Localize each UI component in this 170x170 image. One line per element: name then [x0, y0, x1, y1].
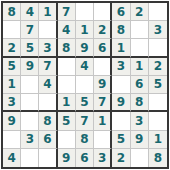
cell-r7c3: 8 — [39, 112, 57, 130]
cell-r1c2: 4 — [21, 3, 39, 21]
cell-r1c8: 2 — [131, 3, 149, 21]
cell-r9c6: 3 — [94, 149, 112, 167]
cell-r7c1: 9 — [3, 112, 21, 130]
cell-r9c2[interactable] — [21, 149, 39, 167]
cell-r4c2: 9 — [21, 58, 39, 76]
cell-r3c9[interactable] — [149, 39, 167, 57]
cell-r1c7: 6 — [112, 3, 130, 21]
cell-r3c3: 3 — [39, 39, 57, 57]
cell-r8c7: 5 — [112, 131, 130, 149]
cell-r8c6[interactable] — [94, 131, 112, 149]
cell-r5c1: 1 — [3, 76, 21, 94]
cell-r4c6[interactable] — [94, 58, 112, 76]
cell-r3c2: 5 — [21, 39, 39, 57]
cell-r1c1: 8 — [3, 3, 21, 21]
cell-r4c4[interactable] — [58, 58, 76, 76]
cell-r9c3[interactable] — [39, 149, 57, 167]
cell-r7c4: 5 — [58, 112, 76, 130]
sudoku-widget: 8417627412832538961597431214965315798985… — [0, 0, 170, 170]
cell-r5c4[interactable] — [58, 76, 76, 94]
cell-r3c7: 1 — [112, 39, 130, 57]
cell-r2c9: 3 — [149, 21, 167, 39]
cell-r7c2[interactable] — [21, 112, 39, 130]
cell-r6c3[interactable] — [39, 94, 57, 112]
cell-r4c9: 2 — [149, 58, 167, 76]
cell-r5c8: 6 — [131, 76, 149, 94]
cell-r2c8[interactable] — [131, 21, 149, 39]
cell-r5c2[interactable] — [21, 76, 39, 94]
cell-r5c3: 4 — [39, 76, 57, 94]
cell-r1c9[interactable] — [149, 3, 167, 21]
cell-r7c6: 1 — [94, 112, 112, 130]
cell-r2c6: 2 — [94, 21, 112, 39]
cell-r6c9[interactable] — [149, 94, 167, 112]
cell-r4c8: 1 — [131, 58, 149, 76]
cell-r3c5: 9 — [76, 39, 94, 57]
cell-r6c6: 7 — [94, 94, 112, 112]
cell-r3c6: 6 — [94, 39, 112, 57]
cell-r9c8[interactable] — [131, 149, 149, 167]
cell-r9c4: 9 — [58, 149, 76, 167]
cell-r7c5: 7 — [76, 112, 94, 130]
cell-r4c3: 7 — [39, 58, 57, 76]
cell-r5c5[interactable] — [76, 76, 94, 94]
cell-r1c5[interactable] — [76, 3, 94, 21]
cell-r9c1: 4 — [3, 149, 21, 167]
cell-r8c5: 8 — [76, 131, 94, 149]
cell-r6c4: 1 — [58, 94, 76, 112]
cell-r5c6: 9 — [94, 76, 112, 94]
cell-r6c2[interactable] — [21, 94, 39, 112]
cell-r5c7[interactable] — [112, 76, 130, 94]
cell-r1c4: 7 — [58, 3, 76, 21]
cell-r2c5: 1 — [76, 21, 94, 39]
cell-r8c3: 6 — [39, 131, 57, 149]
cell-r8c8: 9 — [131, 131, 149, 149]
cell-r8c9: 1 — [149, 131, 167, 149]
cell-r8c2: 3 — [21, 131, 39, 149]
cell-r9c9: 8 — [149, 149, 167, 167]
cell-r3c1: 2 — [3, 39, 21, 57]
cell-r9c7: 2 — [112, 149, 130, 167]
cell-r1c6[interactable] — [94, 3, 112, 21]
cell-r6c1: 3 — [3, 94, 21, 112]
cell-r5c9: 5 — [149, 76, 167, 94]
cell-r7c9[interactable] — [149, 112, 167, 130]
cell-r6c7: 9 — [112, 94, 130, 112]
cell-r8c4[interactable] — [58, 131, 76, 149]
cell-r6c5: 5 — [76, 94, 94, 112]
cell-r7c7[interactable] — [112, 112, 130, 130]
cell-r6c8: 8 — [131, 94, 149, 112]
cell-r2c3[interactable] — [39, 21, 57, 39]
cell-r2c2: 7 — [21, 21, 39, 39]
sudoku-board: 8417627412832538961597431214965315798985… — [1, 1, 169, 169]
cell-r1c3: 1 — [39, 3, 57, 21]
cell-r4c7: 3 — [112, 58, 130, 76]
cell-r3c4: 8 — [58, 39, 76, 57]
cell-r4c1: 5 — [3, 58, 21, 76]
cell-r9c5: 6 — [76, 149, 94, 167]
cell-r2c4: 4 — [58, 21, 76, 39]
cell-r8c1[interactable] — [3, 131, 21, 149]
cell-r3c8[interactable] — [131, 39, 149, 57]
cell-r2c1[interactable] — [3, 21, 21, 39]
cell-r7c8: 3 — [131, 112, 149, 130]
cell-r4c5: 4 — [76, 58, 94, 76]
cell-r2c7: 8 — [112, 21, 130, 39]
